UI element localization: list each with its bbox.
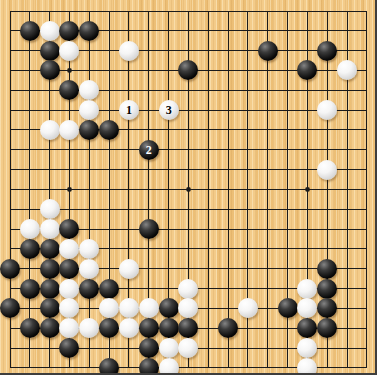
move-number-label: 2	[139, 140, 159, 160]
white-stone	[317, 160, 337, 180]
black-stone	[317, 41, 337, 61]
go-board[interactable]: 132	[0, 0, 377, 375]
black-stone	[79, 279, 99, 299]
black-stone	[317, 279, 337, 299]
white-stone	[40, 21, 60, 41]
black-stone	[20, 239, 40, 259]
white-stone	[20, 219, 40, 239]
black-stone: 2	[139, 140, 159, 160]
black-stone	[0, 259, 20, 279]
white-stone: 3	[159, 100, 179, 120]
black-stone	[99, 120, 119, 140]
black-stone	[139, 338, 159, 358]
black-stone	[40, 41, 60, 61]
black-stone	[40, 318, 60, 338]
black-stone	[159, 318, 179, 338]
white-stone	[159, 338, 179, 358]
white-stone	[40, 219, 60, 239]
white-stone	[40, 120, 60, 140]
move-number-label: 1	[119, 100, 139, 120]
white-stone	[40, 199, 60, 219]
black-stone	[139, 219, 159, 239]
white-stone	[119, 41, 139, 61]
black-stone	[40, 279, 60, 299]
black-stone	[40, 239, 60, 259]
black-stone	[20, 279, 40, 299]
black-stone	[99, 279, 119, 299]
black-stone	[40, 259, 60, 279]
black-stone	[20, 21, 40, 41]
white-stone	[119, 259, 139, 279]
white-stone: 1	[119, 100, 139, 120]
black-stone	[258, 41, 278, 61]
move-number-label: 3	[159, 100, 179, 120]
